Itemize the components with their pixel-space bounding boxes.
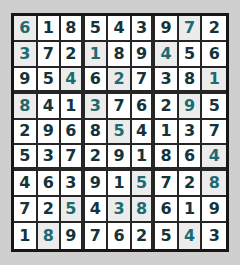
sudoku-board-frame: 6185439723721894569546273818413762952968…: [0, 0, 240, 265]
cell-r2c9[interactable]: 6: [202, 42, 226, 68]
cell-r5c9[interactable]: 7: [202, 120, 226, 146]
cell-r7c7[interactable]: 7: [155, 171, 179, 197]
digit: 5: [184, 46, 195, 62]
cell-r9c3[interactable]: 9: [61, 223, 85, 249]
cell-r6c2[interactable]: 3: [38, 145, 62, 171]
cell-r6c6[interactable]: 1: [132, 145, 156, 171]
digit: 2: [136, 228, 147, 244]
given-digit: 5: [113, 123, 124, 139]
digit: 8: [113, 46, 124, 62]
digit: 1: [113, 175, 124, 191]
cell-r9c5[interactable]: 6: [108, 223, 132, 249]
digit: 7: [90, 228, 101, 244]
given-digit: 8: [136, 201, 147, 217]
cell-r4c1[interactable]: 8: [14, 94, 38, 120]
given-digit: 4: [184, 228, 195, 244]
given-digit: 4: [65, 71, 76, 87]
digit: 6: [209, 46, 220, 62]
digit: 9: [136, 46, 147, 62]
cell-r7c6[interactable]: 5: [132, 171, 156, 197]
cell-r8c6[interactable]: 8: [132, 197, 156, 223]
cell-r6c7[interactable]: 8: [155, 145, 179, 171]
sudoku-grid: 6185439723721894569546273818413762952968…: [11, 13, 229, 252]
digit: 5: [19, 148, 30, 164]
digit: 9: [90, 175, 101, 191]
digit: 6: [90, 71, 101, 87]
digit: 4: [43, 98, 54, 114]
given-digit: 7: [184, 20, 195, 36]
digit: 8: [184, 71, 195, 87]
cell-r4c2[interactable]: 4: [38, 94, 62, 120]
cell-r8c9[interactable]: 9: [202, 197, 226, 223]
given-digit: 2: [113, 71, 124, 87]
cell-r7c3[interactable]: 3: [61, 171, 85, 197]
cell-r2c7[interactable]: 4: [155, 42, 179, 68]
cell-r1c7[interactable]: 9: [155, 16, 179, 42]
cell-r7c5[interactable]: 1: [108, 171, 132, 197]
digit: 7: [136, 71, 147, 87]
digit: 6: [65, 123, 76, 139]
cell-r4c9[interactable]: 5: [202, 94, 226, 120]
digit: 2: [184, 175, 195, 191]
cell-r8c1[interactable]: 7: [14, 197, 38, 223]
cell-r2c1[interactable]: 3: [14, 42, 38, 68]
cell-r7c8[interactable]: 2: [179, 171, 203, 197]
digit: 8: [161, 148, 172, 164]
digit: 4: [136, 123, 147, 139]
cell-r7c2[interactable]: 6: [38, 171, 62, 197]
cell-r4c4[interactable]: 3: [85, 94, 109, 120]
cell-r6c1[interactable]: 5: [14, 145, 38, 171]
digit: 9: [43, 123, 54, 139]
given-digit: 8: [209, 175, 220, 191]
cell-r2c2[interactable]: 7: [38, 42, 62, 68]
given-digit: 5: [136, 175, 147, 191]
digit: 4: [113, 20, 124, 36]
cell-r5c4[interactable]: 8: [85, 120, 109, 146]
digit: 5: [43, 71, 54, 87]
cell-r9c4[interactable]: 7: [85, 223, 109, 249]
digit: 5: [209, 98, 220, 114]
given-digit: 8: [43, 228, 54, 244]
digit: 7: [19, 201, 30, 217]
digit: 6: [184, 148, 195, 164]
cell-r9c8[interactable]: 4: [179, 223, 203, 249]
cell-r5c7[interactable]: 1: [155, 120, 179, 146]
cell-r4c8[interactable]: 9: [179, 94, 203, 120]
digit: 3: [43, 148, 54, 164]
cell-r1c1[interactable]: 6: [14, 16, 38, 42]
digit: 6: [43, 175, 54, 191]
cell-r4c5[interactable]: 7: [108, 94, 132, 120]
cell-r4c6[interactable]: 6: [132, 94, 156, 120]
cell-r3c6[interactable]: 7: [132, 68, 156, 94]
cell-r2c3[interactable]: 2: [61, 42, 85, 68]
cell-r3c1[interactable]: 9: [14, 68, 38, 94]
digit: 9: [161, 20, 172, 36]
given-digit: 6: [19, 20, 30, 36]
cell-r2c4[interactable]: 1: [85, 42, 109, 68]
digit: 4: [19, 175, 30, 191]
cell-r6c8[interactable]: 6: [179, 145, 203, 171]
cell-r3c4[interactable]: 6: [85, 68, 109, 94]
digit: 6: [136, 98, 147, 114]
given-digit: 1: [90, 46, 101, 62]
digit: 9: [209, 201, 220, 217]
cell-r3c7[interactable]: 3: [155, 68, 179, 94]
given-digit: 1: [209, 71, 220, 87]
digit: 3: [184, 123, 195, 139]
digit: 2: [65, 46, 76, 62]
cell-r9c7[interactable]: 5: [155, 223, 179, 249]
digit: 6: [113, 228, 124, 244]
digit: 5: [90, 20, 101, 36]
cell-r7c4[interactable]: 9: [85, 171, 109, 197]
cell-r1c4[interactable]: 5: [85, 16, 109, 42]
given-digit: 8: [19, 98, 30, 114]
digit: 1: [161, 123, 172, 139]
digit: 7: [43, 46, 54, 62]
given-digit: 4: [209, 148, 220, 164]
cell-r8c5[interactable]: 3: [108, 197, 132, 223]
digit: 1: [136, 148, 147, 164]
cell-r7c1[interactable]: 4: [14, 171, 38, 197]
cell-r8c3[interactable]: 5: [61, 197, 85, 223]
cell-r5c3[interactable]: 6: [61, 120, 85, 146]
given-digit: 9: [184, 98, 195, 114]
digit: 2: [209, 20, 220, 36]
digit: 2: [90, 148, 101, 164]
digit: 2: [43, 201, 54, 217]
digit: 6: [161, 201, 172, 217]
cell-r3c9[interactable]: 1: [202, 68, 226, 94]
digit: 8: [90, 123, 101, 139]
cell-r2c6[interactable]: 9: [132, 42, 156, 68]
digit: 3: [161, 71, 172, 87]
digit: 4: [90, 201, 101, 217]
cell-r5c8[interactable]: 3: [179, 120, 203, 146]
cell-r1c8[interactable]: 7: [179, 16, 203, 42]
cell-r6c3[interactable]: 7: [61, 145, 85, 171]
digit: 1: [65, 98, 76, 114]
cell-r9c2[interactable]: 8: [38, 223, 62, 249]
digit: 7: [113, 98, 124, 114]
cell-r6c9[interactable]: 4: [202, 145, 226, 171]
given-digit: 5: [65, 201, 76, 217]
cell-r6c5[interactable]: 9: [108, 145, 132, 171]
digit: 7: [209, 123, 220, 139]
digit: 9: [113, 148, 124, 164]
cell-r9c9[interactable]: 3: [202, 223, 226, 249]
digit: 1: [184, 201, 195, 217]
digit: 3: [65, 175, 76, 191]
given-digit: 3: [113, 201, 124, 217]
cell-r1c3[interactable]: 8: [61, 16, 85, 42]
cell-r3c8[interactable]: 8: [179, 68, 203, 94]
cell-r9c6[interactable]: 2: [132, 223, 156, 249]
cell-r3c3[interactable]: 4: [61, 68, 85, 94]
cell-r4c7[interactable]: 2: [155, 94, 179, 120]
given-digit: 3: [19, 46, 30, 62]
digit: 7: [65, 148, 76, 164]
digit: 9: [65, 228, 76, 244]
digit: 8: [65, 20, 76, 36]
cell-r4c3[interactable]: 1: [61, 94, 85, 120]
cell-r1c9[interactable]: 2: [202, 16, 226, 42]
digit: 3: [209, 228, 220, 244]
cell-r3c5[interactable]: 2: [108, 68, 132, 94]
cell-r8c8[interactable]: 1: [179, 197, 203, 223]
cell-r5c6[interactable]: 4: [132, 120, 156, 146]
cell-r5c2[interactable]: 9: [38, 120, 62, 146]
cell-r2c5[interactable]: 8: [108, 42, 132, 68]
digit: 7: [161, 175, 172, 191]
digit: 2: [19, 123, 30, 139]
cell-r2c8[interactable]: 5: [179, 42, 203, 68]
cell-r6c4[interactable]: 2: [85, 145, 109, 171]
cell-r8c2[interactable]: 2: [38, 197, 62, 223]
cell-r8c7[interactable]: 6: [155, 197, 179, 223]
cell-r9c1[interactable]: 1: [14, 223, 38, 249]
cell-r3c2[interactable]: 5: [38, 68, 62, 94]
cell-r8c4[interactable]: 4: [85, 197, 109, 223]
digit: 2: [161, 98, 172, 114]
digit: 9: [19, 71, 30, 87]
cell-r1c5[interactable]: 4: [108, 16, 132, 42]
given-digit: 4: [161, 46, 172, 62]
digit: 3: [136, 20, 147, 36]
cell-r1c6[interactable]: 3: [132, 16, 156, 42]
cell-r7c9[interactable]: 8: [202, 171, 226, 197]
digit: 1: [43, 20, 54, 36]
digit: 1: [19, 228, 30, 244]
cell-r1c2[interactable]: 1: [38, 16, 62, 42]
cell-r5c5[interactable]: 5: [108, 120, 132, 146]
cell-r5c1[interactable]: 2: [14, 120, 38, 146]
given-digit: 3: [90, 98, 101, 114]
digit: 5: [161, 228, 172, 244]
